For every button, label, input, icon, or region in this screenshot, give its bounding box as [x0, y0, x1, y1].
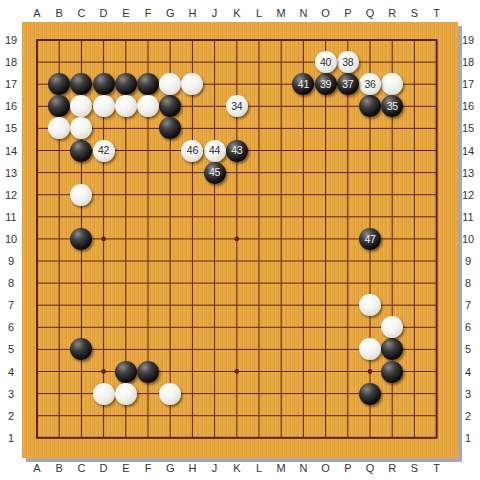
stone-black [70, 140, 92, 162]
row-label-right: 16 [462, 101, 474, 112]
row-label-right: 6 [465, 322, 471, 333]
star-point [368, 369, 373, 374]
row-label-right: 19 [462, 35, 474, 46]
move-number: 43 [231, 145, 242, 156]
row-label-right: 12 [462, 189, 474, 200]
col-label-bottom: Q [366, 463, 375, 474]
stone-black [48, 73, 70, 95]
star-point [101, 237, 106, 242]
col-label-top: P [344, 8, 351, 19]
stone-black [70, 73, 92, 95]
row-label-right: 18 [462, 57, 474, 68]
stone-black [115, 73, 137, 95]
stone-white [70, 184, 92, 206]
col-label-top: Q [366, 8, 375, 19]
move-number: 36 [364, 79, 375, 90]
go-diagram-screen: 3435363738394041424344454647 AABBCCDDEEF… [0, 0, 480, 480]
row-label-left: 19 [5, 35, 17, 46]
col-label-top: J [212, 8, 218, 19]
col-label-bottom: O [321, 463, 330, 474]
row-label-right: 1 [465, 432, 471, 443]
row-label-right: 8 [465, 278, 471, 289]
col-label-bottom: T [433, 463, 440, 474]
row-label-right: 7 [465, 300, 471, 311]
stone-white [181, 73, 203, 95]
col-label-top: A [33, 8, 40, 19]
row-label-right: 14 [462, 145, 474, 156]
stone-white [159, 73, 181, 95]
col-label-top: G [166, 8, 175, 19]
row-label-left: 4 [8, 366, 14, 377]
stone-black [115, 361, 137, 383]
stone-black-move-37: 37 [337, 73, 359, 95]
move-number: 42 [98, 145, 109, 156]
col-label-bottom: B [56, 463, 63, 474]
row-label-right: 3 [465, 388, 471, 399]
stone-black [381, 361, 403, 383]
move-number: 37 [342, 79, 353, 90]
stone-black [359, 95, 381, 117]
move-number: 39 [320, 79, 331, 90]
move-number: 34 [231, 101, 242, 112]
move-number: 44 [209, 145, 220, 156]
stone-white [115, 383, 137, 405]
stone-black-move-41: 41 [292, 73, 314, 95]
stone-black-move-47: 47 [359, 228, 381, 250]
row-label-left: 12 [5, 189, 17, 200]
row-label-right: 5 [465, 344, 471, 355]
move-number: 47 [364, 234, 375, 245]
col-label-top: K [233, 8, 240, 19]
row-label-right: 17 [462, 79, 474, 90]
row-label-left: 10 [5, 233, 17, 244]
stone-black-move-43: 43 [226, 140, 248, 162]
stone-black [137, 361, 159, 383]
row-label-left: 14 [5, 145, 17, 156]
move-number: 45 [209, 167, 220, 178]
stone-white [159, 383, 181, 405]
star-point [234, 369, 239, 374]
stone-black [70, 338, 92, 360]
stone-black-move-39: 39 [315, 73, 337, 95]
row-label-right: 4 [465, 366, 471, 377]
row-label-right: 13 [462, 167, 474, 178]
stone-black [137, 73, 159, 95]
row-label-right: 11 [462, 211, 473, 222]
col-label-bottom: N [299, 463, 307, 474]
row-label-left: 13 [5, 167, 17, 178]
col-label-bottom: D [100, 463, 108, 474]
stone-black [381, 338, 403, 360]
stone-white [70, 117, 92, 139]
move-number: 38 [342, 57, 353, 68]
stone-white [381, 316, 403, 338]
row-label-right: 9 [465, 256, 471, 267]
col-label-top: E [122, 8, 129, 19]
col-label-bottom: S [411, 463, 418, 474]
col-label-top: C [77, 8, 85, 19]
stone-black-move-35: 35 [381, 95, 403, 117]
stone-white-move-34: 34 [226, 95, 248, 117]
stone-white-move-36: 36 [359, 73, 381, 95]
stone-white [48, 117, 70, 139]
col-label-top: B [56, 8, 63, 19]
row-label-left: 18 [5, 57, 17, 68]
col-label-top: N [299, 8, 307, 19]
row-label-right: 15 [462, 123, 474, 134]
stone-black [159, 95, 181, 117]
row-label-left: 15 [5, 123, 17, 134]
stone-white-move-38: 38 [337, 51, 359, 73]
col-label-bottom: E [122, 463, 129, 474]
row-label-left: 3 [8, 388, 14, 399]
row-label-right: 2 [465, 410, 471, 421]
stone-white-move-40: 40 [315, 51, 337, 73]
col-label-top: L [256, 8, 262, 19]
row-label-left: 2 [8, 410, 14, 421]
stone-black [359, 383, 381, 405]
col-label-bottom: F [145, 463, 152, 474]
col-label-top: R [388, 8, 396, 19]
goban[interactable]: 3435363738394041424344454647 [22, 22, 458, 458]
row-label-left: 16 [5, 101, 17, 112]
col-label-top: M [277, 8, 286, 19]
stone-black [48, 95, 70, 117]
stone-black [159, 117, 181, 139]
col-label-bottom: R [388, 463, 396, 474]
star-point [101, 369, 106, 374]
row-label-left: 5 [8, 344, 14, 355]
stone-white-move-42: 42 [93, 140, 115, 162]
col-label-bottom: C [77, 463, 85, 474]
stone-white [93, 383, 115, 405]
row-label-right: 10 [462, 233, 474, 244]
stone-white-move-46: 46 [181, 140, 203, 162]
col-label-top: O [321, 8, 330, 19]
move-number: 35 [387, 101, 398, 112]
col-label-top: H [188, 8, 196, 19]
col-label-top: F [145, 8, 152, 19]
row-label-left: 17 [5, 79, 17, 90]
col-label-bottom: G [166, 463, 175, 474]
move-number: 46 [187, 145, 198, 156]
row-label-left: 1 [8, 432, 14, 443]
row-label-left: 8 [8, 278, 14, 289]
stone-white [359, 338, 381, 360]
col-label-bottom: J [212, 463, 218, 474]
col-label-top: S [411, 8, 418, 19]
stone-white-move-44: 44 [204, 140, 226, 162]
stone-white [359, 294, 381, 316]
row-label-left: 7 [8, 300, 14, 311]
move-number: 41 [298, 79, 309, 90]
col-label-bottom: M [277, 463, 286, 474]
col-label-bottom: P [344, 463, 351, 474]
stone-white [137, 95, 159, 117]
stone-white [381, 73, 403, 95]
col-label-top: D [100, 8, 108, 19]
row-label-left: 6 [8, 322, 14, 333]
row-label-left: 11 [5, 211, 16, 222]
col-label-bottom: L [256, 463, 262, 474]
move-number: 40 [320, 57, 331, 68]
stone-white [70, 95, 92, 117]
stone-white [115, 95, 137, 117]
stone-black [93, 73, 115, 95]
star-point [234, 237, 239, 242]
col-label-bottom: A [33, 463, 40, 474]
stone-white [93, 95, 115, 117]
row-label-left: 9 [8, 256, 14, 267]
stone-black-move-45: 45 [204, 162, 226, 184]
col-label-bottom: H [188, 463, 196, 474]
col-label-top: T [433, 8, 440, 19]
col-label-bottom: K [233, 463, 240, 474]
stone-black [70, 228, 92, 250]
